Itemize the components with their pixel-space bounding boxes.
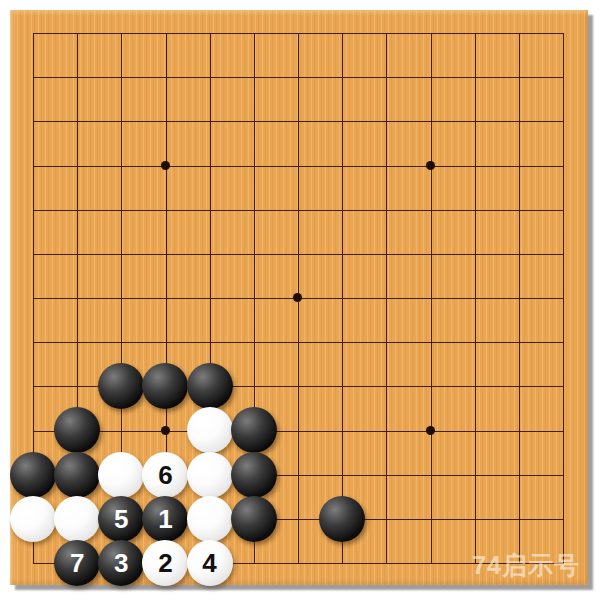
intersection-3-1[interactable] xyxy=(143,55,187,99)
intersection-2-9[interactable] xyxy=(99,408,143,452)
intersection-4-1[interactable] xyxy=(188,55,232,99)
intersection-2-12[interactable]: 3 xyxy=(99,541,143,585)
intersection-0-1[interactable] xyxy=(11,55,55,99)
intersection-0-12[interactable] xyxy=(11,541,55,585)
intersection-12-0[interactable] xyxy=(541,11,585,55)
intersection-10-10[interactable] xyxy=(452,452,496,496)
intersection-12-12[interactable] xyxy=(541,541,585,585)
intersection-12-9[interactable] xyxy=(541,408,585,452)
white-stone[interactable] xyxy=(187,452,233,498)
intersection-9-11[interactable] xyxy=(408,497,452,541)
page-root: 6517324 74启示号 xyxy=(0,0,600,600)
intersection-3-9[interactable] xyxy=(143,408,187,452)
intersection-8-7[interactable] xyxy=(364,320,408,364)
intersection-2-5[interactable] xyxy=(99,232,143,276)
intersection-7-2[interactable] xyxy=(320,99,364,143)
black-stone-move-7[interactable]: 7 xyxy=(54,540,100,586)
black-stone[interactable] xyxy=(319,496,365,542)
intersection-4-3[interactable] xyxy=(188,143,232,187)
intersection-6-11[interactable] xyxy=(276,497,320,541)
intersection-4-12[interactable]: 4 xyxy=(188,541,232,585)
intersection-5-0[interactable] xyxy=(232,11,276,55)
intersection-11-6[interactable] xyxy=(497,276,541,320)
intersection-1-1[interactable] xyxy=(55,55,99,99)
intersection-4-4[interactable] xyxy=(188,188,232,232)
intersection-9-2[interactable] xyxy=(408,99,452,143)
intersection-5-7[interactable] xyxy=(232,320,276,364)
intersection-12-7[interactable] xyxy=(541,320,585,364)
intersection-1-8[interactable] xyxy=(55,364,99,408)
intersection-12-4[interactable] xyxy=(541,188,585,232)
intersection-9-10[interactable] xyxy=(408,452,452,496)
intersection-11-10[interactable] xyxy=(497,452,541,496)
intersection-0-5[interactable] xyxy=(11,232,55,276)
intersection-1-11[interactable] xyxy=(55,497,99,541)
intersection-4-8[interactable] xyxy=(188,364,232,408)
star-point xyxy=(293,293,302,302)
intersection-3-2[interactable] xyxy=(143,99,187,143)
intersection-7-0[interactable] xyxy=(320,11,364,55)
intersection-1-2[interactable] xyxy=(55,99,99,143)
intersection-0-11[interactable] xyxy=(11,497,55,541)
intersection-11-3[interactable] xyxy=(497,143,541,187)
intersection-5-5[interactable] xyxy=(232,232,276,276)
intersection-11-4[interactable] xyxy=(497,188,541,232)
intersection-8-9[interactable] xyxy=(364,408,408,452)
intersection-9-12[interactable] xyxy=(408,541,452,585)
intersection-6-9[interactable] xyxy=(276,408,320,452)
intersection-10-2[interactable] xyxy=(452,99,496,143)
intersection-10-7[interactable] xyxy=(452,320,496,364)
intersection-10-5[interactable] xyxy=(452,232,496,276)
intersection-4-11[interactable] xyxy=(188,497,232,541)
intersection-6-1[interactable] xyxy=(276,55,320,99)
intersection-0-4[interactable] xyxy=(11,188,55,232)
intersection-2-4[interactable] xyxy=(99,188,143,232)
intersection-3-4[interactable] xyxy=(143,188,187,232)
intersection-1-5[interactable] xyxy=(55,232,99,276)
intersection-5-3[interactable] xyxy=(232,143,276,187)
intersection-3-6[interactable] xyxy=(143,276,187,320)
intersection-8-3[interactable] xyxy=(364,143,408,187)
intersection-3-10[interactable]: 6 xyxy=(143,452,187,496)
star-point xyxy=(426,426,435,435)
intersection-0-0[interactable] xyxy=(11,11,55,55)
intersection-1-9[interactable] xyxy=(55,408,99,452)
intersection-10-12[interactable] xyxy=(452,541,496,585)
intersection-6-5[interactable] xyxy=(276,232,320,276)
intersection-5-1[interactable] xyxy=(232,55,276,99)
intersection-7-10[interactable] xyxy=(320,452,364,496)
intersection-2-10[interactable] xyxy=(99,452,143,496)
black-stone[interactable] xyxy=(231,407,277,453)
intersection-1-7[interactable] xyxy=(55,320,99,364)
intersection-4-10[interactable] xyxy=(188,452,232,496)
intersection-12-2[interactable] xyxy=(541,99,585,143)
board-grid: 6517324 xyxy=(11,11,585,585)
intersection-10-6[interactable] xyxy=(452,276,496,320)
white-stone[interactable] xyxy=(187,407,233,453)
intersection-10-3[interactable] xyxy=(452,143,496,187)
intersection-7-9[interactable] xyxy=(320,408,364,452)
intersection-7-3[interactable] xyxy=(320,143,364,187)
intersection-7-5[interactable] xyxy=(320,232,364,276)
intersection-6-3[interactable] xyxy=(276,143,320,187)
intersection-6-4[interactable] xyxy=(276,188,320,232)
intersection-1-12[interactable]: 7 xyxy=(55,541,99,585)
intersection-9-9[interactable] xyxy=(408,408,452,452)
intersection-4-0[interactable] xyxy=(188,11,232,55)
black-stone[interactable] xyxy=(231,496,277,542)
white-stone-move-6[interactable]: 6 xyxy=(142,452,188,498)
intersection-7-1[interactable] xyxy=(320,55,364,99)
black-stone[interactable] xyxy=(98,363,144,409)
go-board: 6517324 74启示号 xyxy=(10,10,588,585)
intersection-11-1[interactable] xyxy=(497,55,541,99)
intersection-3-11[interactable]: 1 xyxy=(143,497,187,541)
intersection-3-3[interactable] xyxy=(143,143,187,187)
intersection-2-2[interactable] xyxy=(99,99,143,143)
intersection-6-7[interactable] xyxy=(276,320,320,364)
intersection-3-8[interactable] xyxy=(143,364,187,408)
intersection-6-12[interactable] xyxy=(276,541,320,585)
black-stone-move-3[interactable]: 3 xyxy=(98,540,144,586)
intersection-6-10[interactable] xyxy=(276,452,320,496)
intersection-7-7[interactable] xyxy=(320,320,364,364)
intersection-6-0[interactable] xyxy=(276,11,320,55)
intersection-11-11[interactable] xyxy=(497,497,541,541)
intersection-7-12[interactable] xyxy=(320,541,364,585)
black-stone-move-1[interactable]: 1 xyxy=(142,496,188,542)
intersection-6-8[interactable] xyxy=(276,364,320,408)
intersection-0-6[interactable] xyxy=(11,276,55,320)
intersection-11-5[interactable] xyxy=(497,232,541,276)
intersection-7-8[interactable] xyxy=(320,364,364,408)
intersection-10-0[interactable] xyxy=(452,11,496,55)
intersection-4-7[interactable] xyxy=(188,320,232,364)
intersection-6-2[interactable] xyxy=(276,99,320,143)
intersection-1-3[interactable] xyxy=(55,143,99,187)
star-point xyxy=(426,161,435,170)
intersection-9-1[interactable] xyxy=(408,55,452,99)
intersection-2-11[interactable]: 5 xyxy=(99,497,143,541)
intersection-12-11[interactable] xyxy=(541,497,585,541)
intersection-9-7[interactable] xyxy=(408,320,452,364)
intersection-3-7[interactable] xyxy=(143,320,187,364)
intersection-8-10[interactable] xyxy=(364,452,408,496)
intersection-2-3[interactable] xyxy=(99,143,143,187)
intersection-6-6[interactable] xyxy=(276,276,320,320)
intersection-11-7[interactable] xyxy=(497,320,541,364)
intersection-5-4[interactable] xyxy=(232,188,276,232)
intersection-8-4[interactable] xyxy=(364,188,408,232)
intersection-8-2[interactable] xyxy=(364,99,408,143)
intersection-8-5[interactable] xyxy=(364,232,408,276)
intersection-0-10[interactable] xyxy=(11,452,55,496)
white-stone[interactable] xyxy=(54,496,100,542)
intersection-10-8[interactable] xyxy=(452,364,496,408)
intersection-4-9[interactable] xyxy=(188,408,232,452)
white-stone[interactable] xyxy=(10,496,56,542)
intersection-2-1[interactable] xyxy=(99,55,143,99)
intersection-7-6[interactable] xyxy=(320,276,364,320)
intersection-10-9[interactable] xyxy=(452,408,496,452)
black-stone-move-5[interactable]: 5 xyxy=(98,496,144,542)
intersection-11-0[interactable] xyxy=(497,11,541,55)
intersection-9-4[interactable] xyxy=(408,188,452,232)
white-stone[interactable] xyxy=(98,452,144,498)
white-stone-move-4[interactable]: 4 xyxy=(187,540,233,586)
intersection-9-3[interactable] xyxy=(408,143,452,187)
intersection-2-7[interactable] xyxy=(99,320,143,364)
intersection-5-2[interactable] xyxy=(232,99,276,143)
intersection-9-5[interactable] xyxy=(408,232,452,276)
intersection-7-11[interactable] xyxy=(320,497,364,541)
white-stone-move-2[interactable]: 2 xyxy=(142,540,188,586)
star-point xyxy=(161,426,170,435)
intersection-1-6[interactable] xyxy=(55,276,99,320)
intersection-3-0[interactable] xyxy=(143,11,187,55)
intersection-2-8[interactable] xyxy=(99,364,143,408)
intersection-5-9[interactable] xyxy=(232,408,276,452)
intersection-5-6[interactable] xyxy=(232,276,276,320)
intersection-11-8[interactable] xyxy=(497,364,541,408)
intersection-9-0[interactable] xyxy=(408,11,452,55)
intersection-12-1[interactable] xyxy=(541,55,585,99)
black-stone[interactable] xyxy=(54,407,100,453)
intersection-10-4[interactable] xyxy=(452,188,496,232)
intersection-1-4[interactable] xyxy=(55,188,99,232)
intersection-10-11[interactable] xyxy=(452,497,496,541)
black-stone[interactable] xyxy=(10,452,56,498)
intersection-8-12[interactable] xyxy=(364,541,408,585)
intersection-4-6[interactable] xyxy=(188,276,232,320)
intersection-5-12[interactable] xyxy=(232,541,276,585)
black-stone[interactable] xyxy=(231,452,277,498)
intersection-2-6[interactable] xyxy=(99,276,143,320)
intersection-3-5[interactable] xyxy=(143,232,187,276)
intersection-4-5[interactable] xyxy=(188,232,232,276)
intersection-0-3[interactable] xyxy=(11,143,55,187)
intersection-12-8[interactable] xyxy=(541,364,585,408)
intersection-8-11[interactable] xyxy=(364,497,408,541)
black-stone[interactable] xyxy=(142,363,188,409)
intersection-5-8[interactable] xyxy=(232,364,276,408)
black-stone[interactable] xyxy=(187,363,233,409)
intersection-5-11[interactable] xyxy=(232,497,276,541)
intersection-8-1[interactable] xyxy=(364,55,408,99)
intersection-11-12[interactable] xyxy=(497,541,541,585)
intersection-0-7[interactable] xyxy=(11,320,55,364)
intersection-11-9[interactable] xyxy=(497,408,541,452)
intersection-10-1[interactable] xyxy=(452,55,496,99)
intersection-1-10[interactable] xyxy=(55,452,99,496)
intersection-7-4[interactable] xyxy=(320,188,364,232)
white-stone[interactable] xyxy=(187,496,233,542)
intersection-12-3[interactable] xyxy=(541,143,585,187)
intersection-3-12[interactable]: 2 xyxy=(143,541,187,585)
intersection-9-6[interactable] xyxy=(408,276,452,320)
intersection-11-2[interactable] xyxy=(497,99,541,143)
intersection-4-2[interactable] xyxy=(188,99,232,143)
intersection-0-8[interactable] xyxy=(11,364,55,408)
intersection-9-8[interactable] xyxy=(408,364,452,408)
intersection-8-0[interactable] xyxy=(364,11,408,55)
black-stone[interactable] xyxy=(54,452,100,498)
intersection-8-6[interactable] xyxy=(364,276,408,320)
intersection-12-5[interactable] xyxy=(541,232,585,276)
intersection-0-9[interactable] xyxy=(11,408,55,452)
intersection-12-10[interactable] xyxy=(541,452,585,496)
intersection-0-2[interactable] xyxy=(11,99,55,143)
star-point xyxy=(161,161,170,170)
intersection-2-0[interactable] xyxy=(99,11,143,55)
intersection-1-0[interactable] xyxy=(55,11,99,55)
intersection-12-6[interactable] xyxy=(541,276,585,320)
intersection-5-10[interactable] xyxy=(232,452,276,496)
intersection-8-8[interactable] xyxy=(364,364,408,408)
